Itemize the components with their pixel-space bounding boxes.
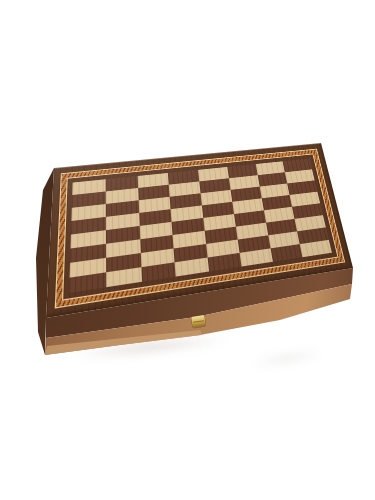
brass-clasp [191, 315, 206, 328]
product-photo-stage [0, 0, 375, 500]
chessboard-grid [69, 159, 332, 293]
cast-shadow-right [232, 343, 343, 373]
